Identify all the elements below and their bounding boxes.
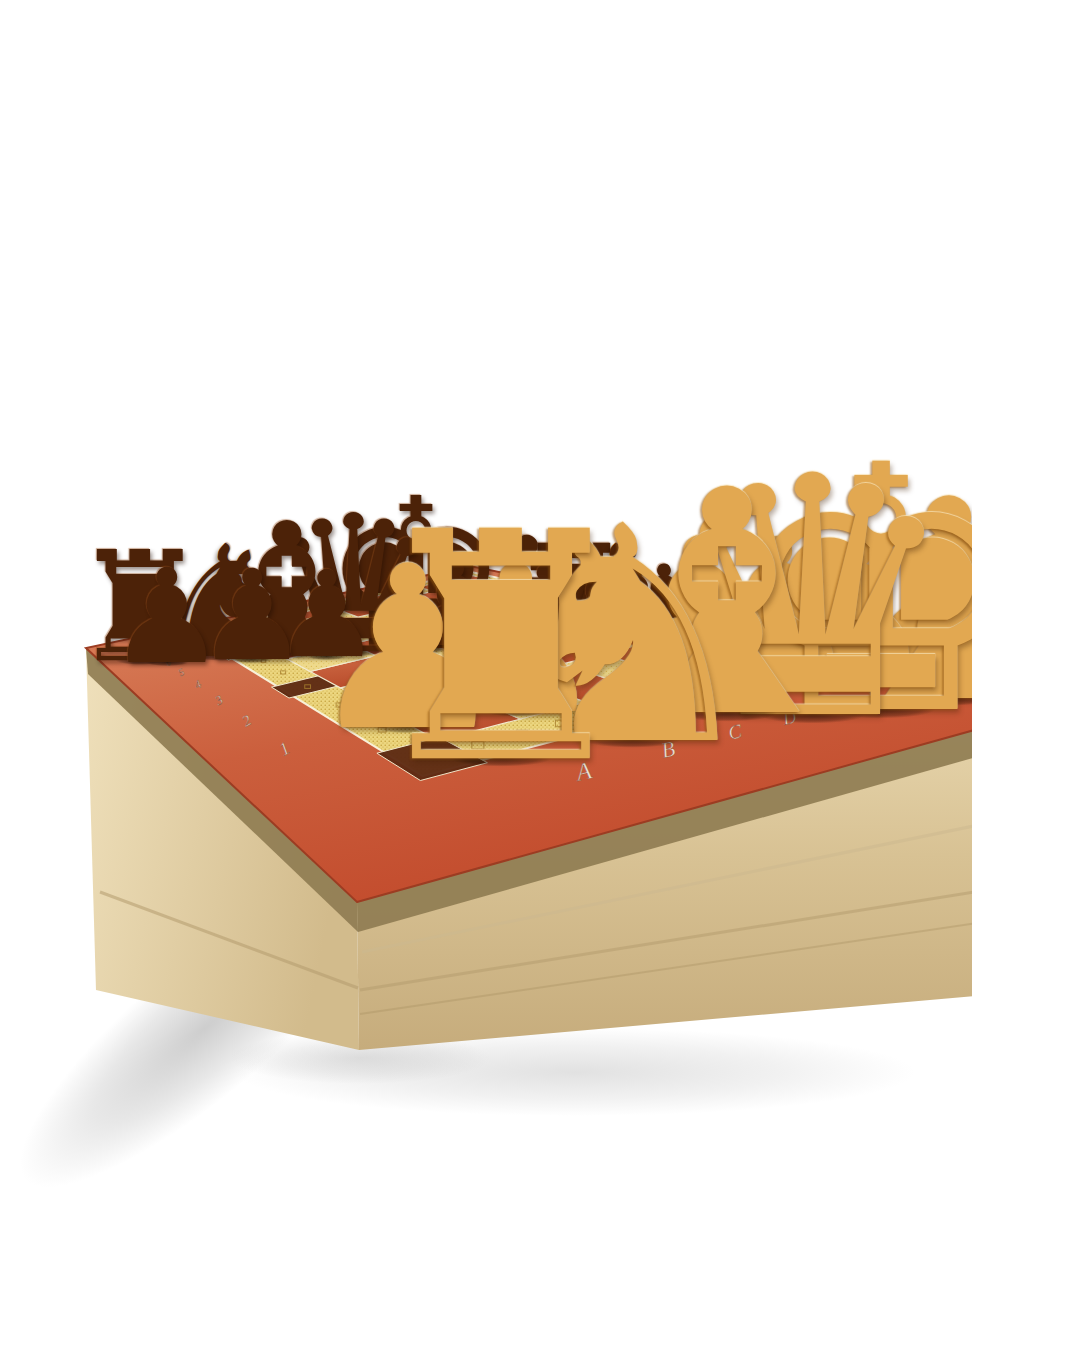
pieces-layer: ♜♞♝♚♛♝♞♜♟♟♟♟♟♟♟♟♟♟♟♟♟♟♟♟♜♞♝♚♛♝♞♜	[0, 0, 1080, 1350]
white-rook-a1: ♜	[351, 491, 651, 807]
right-white-crop	[972, 0, 1080, 1350]
black-pawn-a7: ♟	[105, 552, 229, 683]
photo-canvas: ABCDEFGH12345678 ♜♞♝♚♛♝♞♜♟♟♟♟♟♟♟♟♟♟♟♟♟♟♟…	[0, 0, 1080, 1350]
